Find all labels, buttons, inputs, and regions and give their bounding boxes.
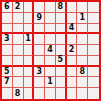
cell-r7c1: 5 bbox=[2, 67, 13, 78]
cell-r9c2: 8 bbox=[13, 88, 24, 99]
cell-r5c2[interactable] bbox=[13, 45, 24, 56]
cell-r2c5[interactable] bbox=[45, 13, 56, 24]
cell-r8c3[interactable] bbox=[24, 77, 35, 88]
cell-r9c7[interactable] bbox=[67, 88, 78, 99]
cell-r8c8[interactable] bbox=[77, 77, 88, 88]
cell-r3c4[interactable] bbox=[34, 24, 45, 35]
cell-r1c5[interactable] bbox=[45, 2, 56, 13]
cell-r9c3[interactable] bbox=[24, 88, 35, 99]
cell-r5c7: 2 bbox=[67, 45, 78, 56]
cell-r8c7[interactable] bbox=[67, 77, 78, 88]
cell-r1c7[interactable] bbox=[67, 2, 78, 13]
cell-r8c4[interactable] bbox=[34, 77, 45, 88]
cell-r8c6[interactable] bbox=[56, 77, 67, 88]
cell-r3c1[interactable] bbox=[2, 24, 13, 35]
cell-r4c3: 1 bbox=[24, 34, 35, 45]
cell-r6c5[interactable] bbox=[45, 56, 56, 67]
cell-r7c8: 8 bbox=[77, 67, 88, 78]
cell-r4c4[interactable] bbox=[34, 34, 45, 45]
cell-r5c9[interactable] bbox=[88, 45, 99, 56]
cell-r1c1: 6 bbox=[2, 2, 13, 13]
cell-r7c2[interactable] bbox=[13, 67, 24, 78]
cell-r4c6[interactable] bbox=[56, 34, 67, 45]
cell-r1c8[interactable] bbox=[77, 2, 88, 13]
cell-r5c5: 4 bbox=[45, 45, 56, 56]
cell-r3c2[interactable] bbox=[13, 24, 24, 35]
cell-r8c1: 7 bbox=[2, 77, 13, 88]
cell-r2c8: 1 bbox=[77, 13, 88, 24]
cell-r4c1: 3 bbox=[2, 34, 13, 45]
cell-r6c9[interactable] bbox=[88, 56, 99, 67]
cell-r1c9[interactable] bbox=[88, 2, 99, 13]
cell-r1c2: 2 bbox=[13, 2, 24, 13]
cell-r6c1[interactable] bbox=[2, 56, 13, 67]
cell-r1c3[interactable] bbox=[24, 2, 35, 13]
cell-r9c6[interactable] bbox=[56, 88, 67, 99]
cell-r2c1[interactable] bbox=[2, 13, 13, 24]
cell-r6c4[interactable] bbox=[34, 56, 45, 67]
cell-r2c9[interactable] bbox=[88, 13, 99, 24]
cell-r7c5[interactable] bbox=[45, 67, 56, 78]
cell-r2c7[interactable] bbox=[67, 13, 78, 24]
cell-r6c8[interactable] bbox=[77, 56, 88, 67]
cell-r2c4: 9 bbox=[34, 13, 45, 24]
cell-r2c2[interactable] bbox=[13, 13, 24, 24]
cell-r5c3[interactable] bbox=[24, 45, 35, 56]
cell-r5c6[interactable] bbox=[56, 45, 67, 56]
cell-r4c7[interactable] bbox=[67, 34, 78, 45]
cell-r1c6: 8 bbox=[56, 2, 67, 13]
cell-r3c9[interactable] bbox=[88, 24, 99, 35]
cell-r7c3[interactable] bbox=[24, 67, 35, 78]
cell-r9c4[interactable] bbox=[34, 88, 45, 99]
cell-r9c5[interactable] bbox=[45, 88, 56, 99]
cell-r6c6: 5 bbox=[56, 56, 67, 67]
cell-r3c8[interactable] bbox=[77, 24, 88, 35]
cell-r7c6[interactable] bbox=[56, 67, 67, 78]
cell-r9c8[interactable] bbox=[77, 88, 88, 99]
cell-r7c9[interactable] bbox=[88, 67, 99, 78]
cell-r6c2[interactable] bbox=[13, 56, 24, 67]
cell-r8c9[interactable] bbox=[88, 77, 99, 88]
cell-r4c2[interactable] bbox=[13, 34, 24, 45]
cell-r3c5[interactable] bbox=[45, 24, 56, 35]
cell-r3c6[interactable] bbox=[56, 24, 67, 35]
cell-r6c3[interactable] bbox=[24, 56, 35, 67]
cell-r9c1[interactable] bbox=[2, 88, 13, 99]
cell-r6c7[interactable] bbox=[67, 56, 78, 67]
cell-r5c1[interactable] bbox=[2, 45, 13, 56]
cell-r1c4[interactable] bbox=[34, 2, 45, 13]
cell-r8c5: 1 bbox=[45, 77, 56, 88]
cell-r8c2[interactable] bbox=[13, 77, 24, 88]
cell-r2c6[interactable] bbox=[56, 13, 67, 24]
cell-r7c4: 3 bbox=[34, 67, 45, 78]
sudoku-board: 62891431425538718 bbox=[0, 0, 101, 101]
cell-r7c7[interactable] bbox=[67, 67, 78, 78]
cell-r3c7: 4 bbox=[67, 24, 78, 35]
cell-r9c9[interactable] bbox=[88, 88, 99, 99]
cell-r4c9[interactable] bbox=[88, 34, 99, 45]
cell-r3c3[interactable] bbox=[24, 24, 35, 35]
cell-r4c5[interactable] bbox=[45, 34, 56, 45]
cell-r5c8[interactable] bbox=[77, 45, 88, 56]
cell-r4c8[interactable] bbox=[77, 34, 88, 45]
cell-r2c3[interactable] bbox=[24, 13, 35, 24]
cell-r5c4[interactable] bbox=[34, 45, 45, 56]
